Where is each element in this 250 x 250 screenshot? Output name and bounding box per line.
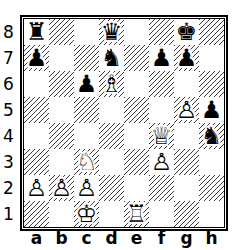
square-c3: ♞♘ xyxy=(74,149,99,175)
white-pawn-glyph: ♙ xyxy=(76,175,98,201)
square-b5 xyxy=(49,97,74,123)
square-b3 xyxy=(49,149,74,175)
white-bishop-glyph: ♗ xyxy=(101,71,123,97)
piece-white-king: ♚♔ xyxy=(74,201,99,227)
file-label-a: a xyxy=(24,229,49,248)
piece-black-knight: ♞♞ xyxy=(99,45,124,71)
square-g1 xyxy=(174,201,199,227)
chess-diagram: 8 7 6 5 4 3 2 1 ♜♜♛♛♚♚♟♟♞♞♟♟♟♟♟♟♝♗♟♙♟♟♛♕… xyxy=(0,0,250,250)
square-g5: ♟♙ xyxy=(174,97,199,123)
square-d8: ♛♛ xyxy=(99,19,124,45)
square-a8: ♜♜ xyxy=(24,19,49,45)
file-label-d: d xyxy=(99,229,124,248)
square-b1 xyxy=(49,201,74,227)
square-h3 xyxy=(199,149,224,175)
square-e6 xyxy=(124,71,149,97)
square-e1: ♜♖ xyxy=(124,201,149,227)
square-c7 xyxy=(74,45,99,71)
piece-white-pawn: ♟♙ xyxy=(74,175,99,201)
square-c5 xyxy=(74,97,99,123)
square-e8 xyxy=(124,19,149,45)
rank-label-8: 8 xyxy=(0,19,17,45)
black-king-glyph: ♚ xyxy=(176,19,198,45)
square-e2 xyxy=(124,175,149,201)
square-b6 xyxy=(49,71,74,97)
square-c6: ♟♟ xyxy=(74,71,99,97)
square-d7: ♞♞ xyxy=(99,45,124,71)
square-e4 xyxy=(124,123,149,149)
piece-black-king: ♚♚ xyxy=(174,19,199,45)
piece-white-knight: ♞♘ xyxy=(74,149,99,175)
rank-label-4: 4 xyxy=(0,123,17,149)
piece-white-pawn: ♟♙ xyxy=(49,175,74,201)
piece-white-bishop: ♝♗ xyxy=(99,71,124,97)
square-b2: ♟♙ xyxy=(49,175,74,201)
square-a4 xyxy=(24,123,49,149)
square-c4 xyxy=(74,123,99,149)
piece-black-pawn: ♟♟ xyxy=(174,45,199,71)
piece-black-rook: ♜♜ xyxy=(24,19,49,45)
square-f4: ♛♕ xyxy=(149,123,174,149)
square-d5 xyxy=(99,97,124,123)
file-label-c: c xyxy=(74,229,99,248)
square-c2: ♟♙ xyxy=(74,175,99,201)
chess-board-grid: ♜♜♛♛♚♚♟♟♞♞♟♟♟♟♟♟♝♗♟♙♟♟♛♕♞♞♞♘♟♙♟♙♟♙♟♙♚♔♜♖ xyxy=(24,19,224,227)
file-label-e: e xyxy=(124,229,149,248)
rank-labels: 8 7 6 5 4 3 2 1 xyxy=(0,19,17,227)
square-d1 xyxy=(99,201,124,227)
rank-label-1: 1 xyxy=(0,201,17,227)
square-c1: ♚♔ xyxy=(74,201,99,227)
square-f1 xyxy=(149,201,174,227)
square-h6 xyxy=(199,71,224,97)
black-knight-glyph: ♞ xyxy=(101,45,123,71)
square-h4: ♞♞ xyxy=(199,123,224,149)
white-rook-glyph: ♖ xyxy=(126,201,148,227)
square-c8 xyxy=(74,19,99,45)
square-g2 xyxy=(174,175,199,201)
file-labels: a b c d e f g h xyxy=(24,229,224,248)
piece-black-queen: ♛♛ xyxy=(99,19,124,45)
piece-black-pawn: ♟♟ xyxy=(149,45,174,71)
rank-label-2: 2 xyxy=(0,175,17,201)
white-pawn-glyph: ♙ xyxy=(151,149,173,175)
black-knight-glyph: ♞ xyxy=(201,123,223,149)
square-d3 xyxy=(99,149,124,175)
square-f5 xyxy=(149,97,174,123)
black-rook-glyph: ♜ xyxy=(26,19,48,45)
square-h7 xyxy=(199,45,224,71)
black-pawn-glyph: ♟ xyxy=(151,45,173,71)
chess-board: ♜♜♛♛♚♚♟♟♞♞♟♟♟♟♟♟♝♗♟♙♟♟♛♕♞♞♞♘♟♙♟♙♟♙♟♙♚♔♜♖ xyxy=(20,15,228,231)
square-g8: ♚♚ xyxy=(174,19,199,45)
square-h2 xyxy=(199,175,224,201)
white-knight-glyph: ♘ xyxy=(76,149,98,175)
rank-label-5: 5 xyxy=(0,97,17,123)
file-label-f: f xyxy=(149,229,174,248)
file-label-b: b xyxy=(49,229,74,248)
square-a6 xyxy=(24,71,49,97)
white-queen-glyph: ♕ xyxy=(151,123,173,149)
white-pawn-glyph: ♙ xyxy=(176,97,198,123)
piece-white-queen: ♛♕ xyxy=(149,123,174,149)
piece-white-pawn: ♟♙ xyxy=(174,97,199,123)
chess-board-inner-border: ♜♜♛♛♚♚♟♟♞♞♟♟♟♟♟♟♝♗♟♙♟♟♛♕♞♞♞♘♟♙♟♙♟♙♟♙♚♔♜♖ xyxy=(23,18,225,228)
square-h1 xyxy=(199,201,224,227)
rank-label-7: 7 xyxy=(0,45,17,71)
piece-black-pawn: ♟♟ xyxy=(74,71,99,97)
square-a3 xyxy=(24,149,49,175)
square-g4 xyxy=(174,123,199,149)
file-label-g: g xyxy=(174,229,199,248)
white-pawn-glyph: ♙ xyxy=(51,175,73,201)
square-f7: ♟♟ xyxy=(149,45,174,71)
square-a1 xyxy=(24,201,49,227)
square-b4 xyxy=(49,123,74,149)
white-pawn-glyph: ♙ xyxy=(26,175,48,201)
square-a2: ♟♙ xyxy=(24,175,49,201)
black-pawn-glyph: ♟ xyxy=(201,97,223,123)
square-h8 xyxy=(199,19,224,45)
piece-white-rook: ♜♖ xyxy=(124,201,149,227)
piece-black-pawn: ♟♟ xyxy=(24,45,49,71)
square-b8 xyxy=(49,19,74,45)
black-pawn-glyph: ♟ xyxy=(76,71,98,97)
square-e5 xyxy=(124,97,149,123)
square-f2 xyxy=(149,175,174,201)
square-a7: ♟♟ xyxy=(24,45,49,71)
piece-white-pawn: ♟♙ xyxy=(24,175,49,201)
square-g7: ♟♟ xyxy=(174,45,199,71)
square-h5: ♟♟ xyxy=(199,97,224,123)
file-label-h: h xyxy=(199,229,224,248)
black-queen-glyph: ♛ xyxy=(101,19,123,45)
square-e7 xyxy=(124,45,149,71)
rank-label-6: 6 xyxy=(0,71,17,97)
white-king-glyph: ♔ xyxy=(76,201,98,227)
square-d2 xyxy=(99,175,124,201)
black-pawn-glyph: ♟ xyxy=(26,45,48,71)
square-d4 xyxy=(99,123,124,149)
square-g6 xyxy=(174,71,199,97)
square-d6: ♝♗ xyxy=(99,71,124,97)
square-f3: ♟♙ xyxy=(149,149,174,175)
square-e3 xyxy=(124,149,149,175)
square-b7 xyxy=(49,45,74,71)
square-g3 xyxy=(174,149,199,175)
rank-label-3: 3 xyxy=(0,149,17,175)
black-pawn-glyph: ♟ xyxy=(176,45,198,71)
square-f6 xyxy=(149,71,174,97)
square-a5 xyxy=(24,97,49,123)
piece-white-pawn: ♟♙ xyxy=(149,149,174,175)
square-f8 xyxy=(149,19,174,45)
piece-black-knight: ♞♞ xyxy=(199,123,224,149)
piece-black-pawn: ♟♟ xyxy=(199,97,224,123)
